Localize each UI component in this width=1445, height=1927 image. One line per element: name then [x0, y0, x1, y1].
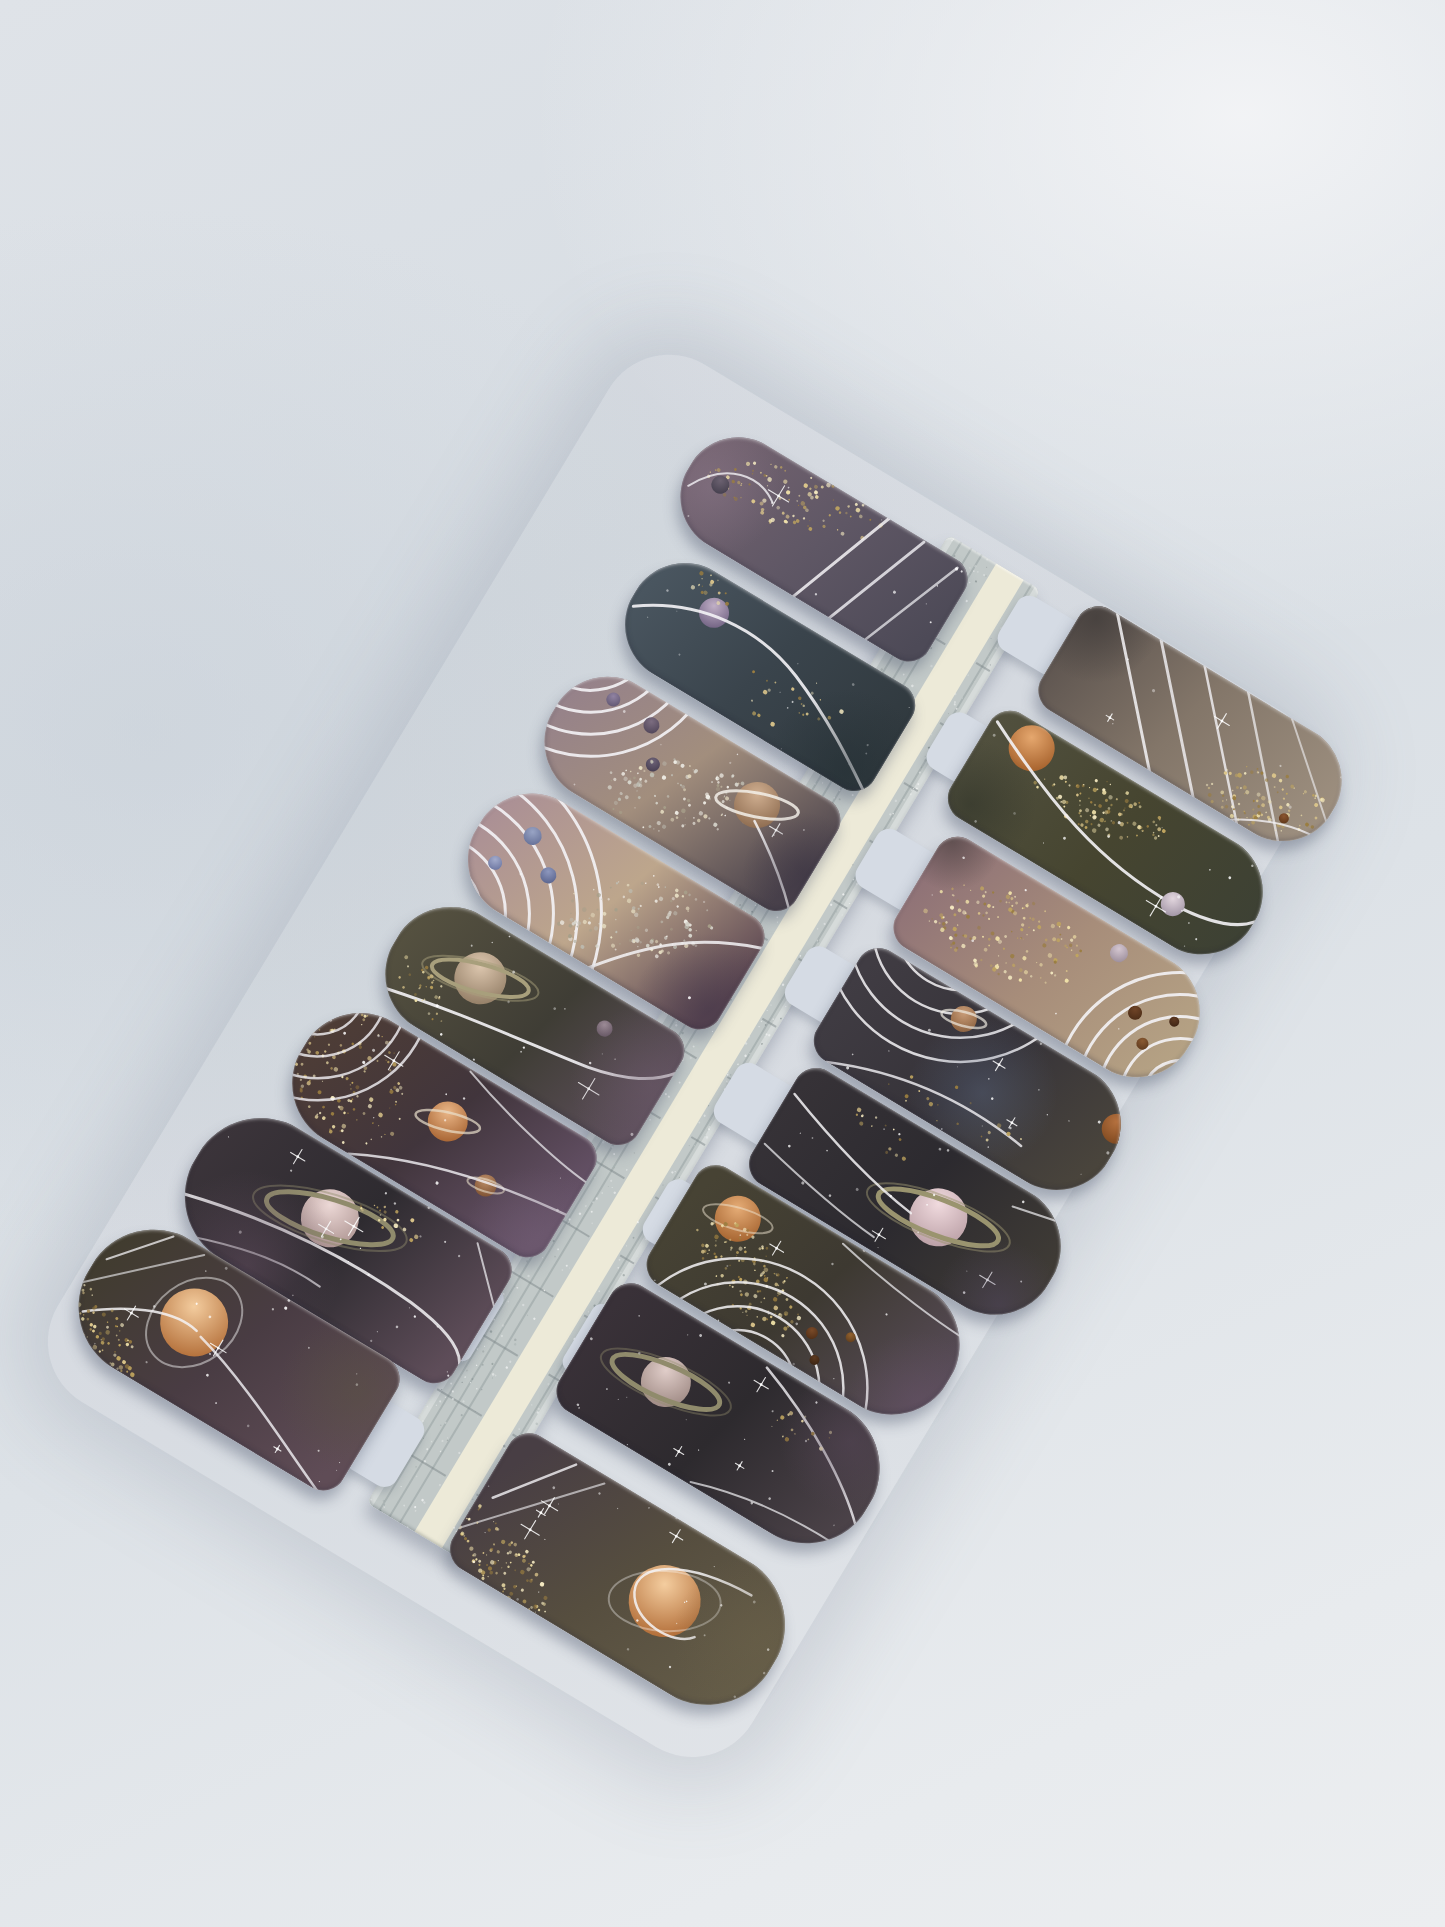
photo-canvas [0, 0, 1445, 1927]
